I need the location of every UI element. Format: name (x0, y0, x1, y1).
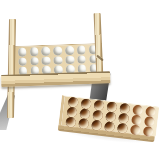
flat-panel-hole-r2c3 (92, 110, 103, 121)
standing-panel-hole-r1c6 (77, 46, 86, 55)
standing-panel-hole-r1c1 (18, 48, 27, 57)
flat-panel-hole-r1c3 (93, 100, 104, 111)
standing-panel-hole-r1c3 (41, 47, 50, 56)
wooden-connect-four-product-photo (0, 0, 160, 160)
flat-panel-hole-r2c2 (79, 108, 90, 119)
flat-panel-hole-r2c4 (105, 111, 116, 122)
standing-panel-hole-r2c6 (77, 55, 86, 64)
flat-panel-hole-r2c7 (143, 116, 154, 127)
flat-panel-hole-r1c1 (67, 97, 78, 108)
flat-panel-hole-r1c5 (119, 103, 130, 114)
standing-panel-hole-r1c5 (65, 46, 74, 55)
standing-panel-hole-r2c3 (42, 56, 51, 65)
standing-panel-hole-r2c4 (54, 56, 63, 65)
flat-panel-hole-r2c6 (131, 114, 142, 125)
standing-panel-hole-r2c2 (30, 57, 39, 66)
standing-panel-hole-r1c4 (53, 47, 62, 56)
standing-panel-hole-r2c1 (18, 57, 27, 66)
flat-panel-hole-r1c6 (132, 104, 143, 115)
flat-panel-hole-r1c7 (145, 106, 156, 117)
standing-panel-hole-r1c2 (30, 48, 39, 57)
frame-right-post (94, 13, 104, 79)
flat-panel-hole-r1c2 (80, 98, 91, 109)
flat-panel-hole-r1c4 (106, 101, 117, 112)
standing-panel-hole-r2c5 (65, 56, 74, 65)
flat-panel-hole-r2c5 (118, 113, 129, 124)
frame-left-post (7, 19, 16, 118)
flat-panel-hole-r2c1 (66, 107, 77, 118)
